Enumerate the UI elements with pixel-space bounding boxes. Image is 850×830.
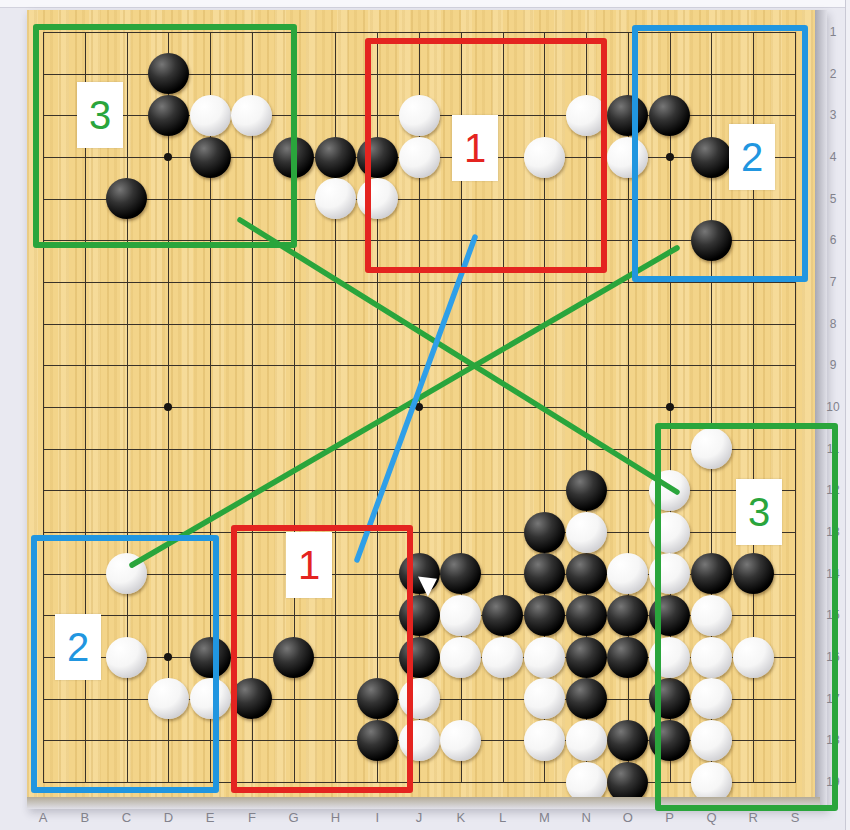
black-stone[interactable] [566, 678, 607, 719]
window-top-strip [0, 0, 850, 8]
annotation-label-box-3-top-left: 3 [77, 82, 123, 148]
coordinate-label-column: B [80, 810, 89, 825]
go-app-window: ABCDEFGHIJKLMNOPQRS123456789101112131415… [0, 0, 850, 830]
coordinate-label-row: 8 [830, 317, 837, 331]
star-point [666, 403, 674, 411]
coordinate-label-column: E [206, 810, 215, 825]
annotation-label-box-3-bottom-right: 3 [736, 479, 782, 545]
coordinate-label-column: G [289, 810, 299, 825]
black-stone[interactable] [566, 470, 607, 511]
black-stone[interactable] [524, 595, 565, 636]
coordinate-label-column: S [791, 810, 800, 825]
annotation-label-box-2-top-right: 2 [729, 124, 775, 190]
star-point [415, 403, 423, 411]
coordinate-label-row: 6 [830, 233, 837, 247]
black-stone[interactable] [607, 720, 648, 761]
coordinate-label-column: N [581, 810, 590, 825]
annotation-box-box-2-top-right [632, 25, 808, 282]
coordinate-label-column: M [539, 810, 550, 825]
coordinate-label-column: C [122, 810, 131, 825]
black-stone[interactable] [566, 595, 607, 636]
coordinate-label-row: 9 [830, 358, 837, 372]
coordinate-label-column: J [416, 810, 423, 825]
black-stone[interactable] [566, 553, 607, 594]
coordinate-label-row: 4 [830, 150, 837, 164]
coordinate-label-row: 7 [830, 275, 837, 289]
coordinate-label-column: O [623, 810, 633, 825]
coordinate-label-column: I [375, 810, 379, 825]
white-stone[interactable] [440, 595, 481, 636]
coordinate-label-column: A [39, 810, 48, 825]
coordinate-label-column: K [456, 810, 465, 825]
annotation-label-box-2-bottom-left: 2 [55, 614, 101, 680]
black-stone[interactable] [315, 137, 356, 178]
coordinate-label-row: 3 [830, 108, 837, 122]
white-stone[interactable] [482, 637, 523, 678]
black-stone[interactable] [566, 637, 607, 678]
black-stone[interactable] [524, 512, 565, 553]
white-stone[interactable] [440, 720, 481, 761]
white-stone[interactable] [566, 512, 607, 553]
black-stone[interactable] [524, 553, 565, 594]
black-stone[interactable] [482, 595, 523, 636]
coordinate-label-column: D [164, 810, 173, 825]
white-stone[interactable] [315, 178, 356, 219]
coordinate-label-row: 2 [830, 67, 837, 81]
coordinate-label-row: 5 [830, 192, 837, 206]
coordinate-label-column: R [749, 810, 758, 825]
white-stone[interactable] [440, 637, 481, 678]
black-stone[interactable] [440, 553, 481, 594]
star-point [164, 403, 172, 411]
coordinate-label-column: Q [706, 810, 716, 825]
window-right-strip [845, 0, 850, 830]
coordinate-label-column: F [248, 810, 256, 825]
annotation-label-box-1-top: 1 [452, 115, 498, 181]
white-stone[interactable] [524, 637, 565, 678]
black-stone[interactable] [607, 637, 648, 678]
white-stone[interactable] [524, 678, 565, 719]
white-stone[interactable] [566, 720, 607, 761]
annotation-label-box-1-bottom: 1 [286, 532, 332, 598]
black-stone[interactable] [607, 595, 648, 636]
coordinate-label-row: 10 [826, 400, 839, 414]
annotation-box-box-3-top-left [33, 24, 297, 248]
white-stone[interactable] [607, 553, 648, 594]
coordinate-label-row: 1 [830, 25, 837, 39]
coordinate-label-column: P [665, 810, 674, 825]
coordinate-label-column: L [499, 810, 506, 825]
coordinate-label-column: H [331, 810, 340, 825]
white-stone[interactable] [524, 720, 565, 761]
